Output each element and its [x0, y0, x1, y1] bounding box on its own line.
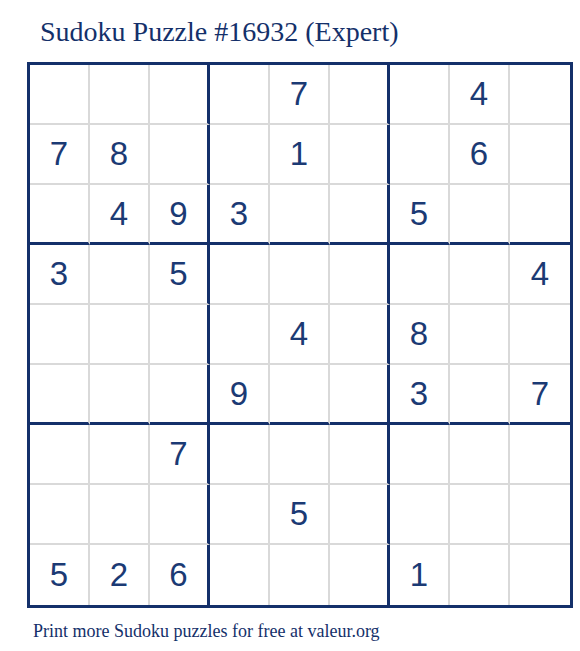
cell-r1c5[interactable]: 7	[270, 65, 330, 125]
cell-r5c7[interactable]: 8	[390, 305, 450, 365]
cell-r4c1[interactable]: 3	[30, 245, 90, 305]
cell-r2c3[interactable]	[150, 125, 210, 185]
cell-r9c6[interactable]	[330, 545, 390, 605]
cell-r7c5[interactable]	[270, 425, 330, 485]
cell-r8c2[interactable]	[90, 485, 150, 545]
sudoku-board: 747816493535448937755261	[27, 62, 573, 608]
cell-r9c5[interactable]	[270, 545, 330, 605]
cell-r6c8[interactable]	[450, 365, 510, 425]
cell-r5c9[interactable]	[510, 305, 570, 365]
cell-r8c6[interactable]	[330, 485, 390, 545]
cell-r7c1[interactable]	[30, 425, 90, 485]
cell-r9c4[interactable]	[210, 545, 270, 605]
cell-r1c4[interactable]	[210, 65, 270, 125]
cell-r9c1[interactable]: 5	[30, 545, 90, 605]
cell-r2c1[interactable]: 7	[30, 125, 90, 185]
cell-r6c1[interactable]	[30, 365, 90, 425]
cell-r5c4[interactable]	[210, 305, 270, 365]
cell-r3c3[interactable]: 9	[150, 185, 210, 245]
cell-r1c3[interactable]	[150, 65, 210, 125]
cell-r8c1[interactable]	[30, 485, 90, 545]
cell-r4c8[interactable]	[450, 245, 510, 305]
cell-r7c6[interactable]	[330, 425, 390, 485]
cell-r7c3[interactable]: 7	[150, 425, 210, 485]
cell-r7c8[interactable]	[450, 425, 510, 485]
cell-r2c2[interactable]: 8	[90, 125, 150, 185]
footer-text: Print more Sudoku puzzles for free at va…	[33, 621, 580, 642]
cell-r7c7[interactable]	[390, 425, 450, 485]
page-title: Sudoku Puzzle #16932 (Expert)	[40, 16, 580, 48]
cell-r4c2[interactable]	[90, 245, 150, 305]
cell-r5c2[interactable]	[90, 305, 150, 365]
cell-r1c6[interactable]	[330, 65, 390, 125]
cell-r7c9[interactable]	[510, 425, 570, 485]
cell-r4c5[interactable]	[270, 245, 330, 305]
cell-r6c3[interactable]	[150, 365, 210, 425]
cell-r3c5[interactable]	[270, 185, 330, 245]
cell-r2c8[interactable]: 6	[450, 125, 510, 185]
cell-r8c5[interactable]: 5	[270, 485, 330, 545]
cell-r8c7[interactable]	[390, 485, 450, 545]
cell-r9c2[interactable]: 2	[90, 545, 150, 605]
cell-r1c1[interactable]	[30, 65, 90, 125]
cell-r1c2[interactable]	[90, 65, 150, 125]
cell-r5c8[interactable]	[450, 305, 510, 365]
cell-r7c2[interactable]	[90, 425, 150, 485]
cell-r9c7[interactable]: 1	[390, 545, 450, 605]
cell-r4c3[interactable]: 5	[150, 245, 210, 305]
cell-r3c4[interactable]: 3	[210, 185, 270, 245]
cell-r2c7[interactable]	[390, 125, 450, 185]
cell-r3c7[interactable]: 5	[390, 185, 450, 245]
cell-r8c8[interactable]	[450, 485, 510, 545]
cell-r6c7[interactable]: 3	[390, 365, 450, 425]
cell-r8c4[interactable]	[210, 485, 270, 545]
cell-r5c1[interactable]	[30, 305, 90, 365]
cell-r1c9[interactable]	[510, 65, 570, 125]
cell-r3c1[interactable]	[30, 185, 90, 245]
cell-r2c9[interactable]	[510, 125, 570, 185]
cell-r5c5[interactable]: 4	[270, 305, 330, 365]
cell-r4c6[interactable]	[330, 245, 390, 305]
cell-r3c9[interactable]	[510, 185, 570, 245]
cell-r9c3[interactable]: 6	[150, 545, 210, 605]
cell-r7c4[interactable]	[210, 425, 270, 485]
cell-r3c2[interactable]: 4	[90, 185, 150, 245]
cell-r6c9[interactable]: 7	[510, 365, 570, 425]
cell-r5c6[interactable]	[330, 305, 390, 365]
cell-r3c6[interactable]	[330, 185, 390, 245]
cell-r8c9[interactable]	[510, 485, 570, 545]
cell-r2c4[interactable]	[210, 125, 270, 185]
cell-r8c3[interactable]	[150, 485, 210, 545]
cell-r4c7[interactable]	[390, 245, 450, 305]
cell-r3c8[interactable]	[450, 185, 510, 245]
cell-r2c5[interactable]: 1	[270, 125, 330, 185]
cell-r6c4[interactable]: 9	[210, 365, 270, 425]
cell-r4c9[interactable]: 4	[510, 245, 570, 305]
cell-r2c6[interactable]	[330, 125, 390, 185]
cell-r6c6[interactable]	[330, 365, 390, 425]
cell-r9c8[interactable]	[450, 545, 510, 605]
cell-r1c8[interactable]: 4	[450, 65, 510, 125]
cell-r6c5[interactable]	[270, 365, 330, 425]
cell-r6c2[interactable]	[90, 365, 150, 425]
cell-r5c3[interactable]	[150, 305, 210, 365]
cell-r1c7[interactable]	[390, 65, 450, 125]
cell-r4c4[interactable]	[210, 245, 270, 305]
cell-r9c9[interactable]	[510, 545, 570, 605]
